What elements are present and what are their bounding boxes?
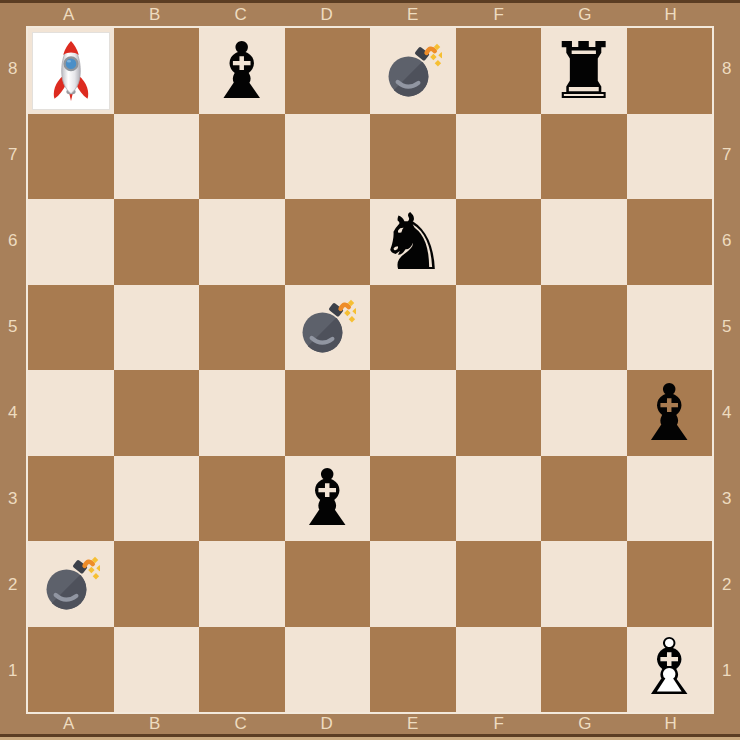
square-b7[interactable] [114,114,200,200]
square-d1[interactable] [285,627,371,713]
square-e3[interactable] [370,456,456,542]
rank-label-left-8: 8 [0,26,26,112]
square-c8[interactable]: ♝ [199,28,285,114]
rank-label-left-5: 5 [0,284,26,370]
rank-labels-right: 87654321 [714,26,740,714]
black-knight[interactable]: ♞ [378,203,448,281]
file-labels-bottom: ABCDEFGH [26,713,714,734]
square-f1[interactable] [456,627,542,713]
square-c2[interactable] [199,541,285,627]
file-label-top-f: F [456,3,542,26]
square-e7[interactable] [370,114,456,200]
rank-label-left-7: 7 [0,112,26,198]
square-g5[interactable] [541,285,627,371]
black-bishop[interactable]: ♝ [292,459,362,537]
file-label-top-h: H [628,3,714,26]
square-e5[interactable] [370,285,456,371]
square-c6[interactable] [199,199,285,285]
white-bishop[interactable]: ♝♗ [627,627,711,711]
square-f2[interactable] [456,541,542,627]
rank-label-left-2: 2 [0,542,26,628]
square-a4[interactable] [28,370,114,456]
square-g3[interactable] [541,456,627,542]
rank-label-right-6: 6 [714,198,740,284]
square-e2[interactable] [370,541,456,627]
file-label-top-d: D [284,3,370,26]
square-d4[interactable] [285,370,371,456]
bomb-icon[interactable] [384,42,442,100]
rank-label-right-8: 8 [714,26,740,112]
square-h7[interactable] [627,114,713,200]
rank-label-left-3: 3 [0,456,26,542]
square-e6[interactable]: ♞ [370,199,456,285]
square-g7[interactable] [541,114,627,200]
square-f8[interactable] [456,28,542,114]
square-f3[interactable] [456,456,542,542]
square-g2[interactable] [541,541,627,627]
square-d3[interactable]: ♝ [285,456,371,542]
square-c5[interactable] [199,285,285,371]
square-a2[interactable] [28,541,114,627]
file-label-top-a: A [26,3,112,26]
square-h5[interactable] [627,285,713,371]
square-f6[interactable] [456,199,542,285]
square-a5[interactable] [28,285,114,371]
file-label-bottom-c: C [198,713,284,734]
bomb-icon[interactable] [298,298,356,356]
square-c4[interactable] [199,370,285,456]
file-label-bottom-f: F [456,713,542,734]
file-label-bottom-b: B [112,713,198,734]
square-a1[interactable] [28,627,114,713]
square-b6[interactable] [114,199,200,285]
square-h8[interactable] [627,28,713,114]
black-rook[interactable]: ♜ [549,32,619,110]
square-h4[interactable]: ♝ [627,370,713,456]
file-label-bottom-g: G [542,713,628,734]
square-d5[interactable] [285,285,371,371]
file-label-bottom-e: E [370,713,456,734]
file-label-top-g: G [542,3,628,26]
square-d7[interactable] [285,114,371,200]
rank-label-right-3: 3 [714,456,740,542]
file-label-top-c: C [198,3,284,26]
file-label-bottom-a: A [26,713,112,734]
file-label-top-e: E [370,3,456,26]
square-g1[interactable] [541,627,627,713]
square-f7[interactable] [456,114,542,200]
square-b8[interactable] [114,28,200,114]
square-a3[interactable] [28,456,114,542]
file-label-top-b: B [112,3,198,26]
square-a8[interactable] [28,28,114,114]
file-label-bottom-h: H [628,713,714,734]
square-b5[interactable] [114,285,200,371]
square-g6[interactable] [541,199,627,285]
square-b3[interactable] [114,456,200,542]
square-g4[interactable] [541,370,627,456]
rank-label-right-1: 1 [714,628,740,714]
square-c1[interactable] [199,627,285,713]
rank-label-left-4: 4 [0,370,26,456]
board: ♝ ♜♞ ♝♝ [26,26,714,714]
square-a6[interactable] [28,199,114,285]
black-bishop[interactable]: ♝ [207,32,277,110]
rocket-tile[interactable] [32,32,110,110]
square-c7[interactable] [199,114,285,200]
square-h2[interactable] [627,541,713,627]
rocket-icon [38,38,104,104]
file-label-bottom-d: D [284,713,370,734]
square-d8[interactable] [285,28,371,114]
rank-label-left-6: 6 [0,198,26,284]
square-d2[interactable] [285,541,371,627]
rank-label-right-4: 4 [714,370,740,456]
square-e8[interactable] [370,28,456,114]
square-b2[interactable] [114,541,200,627]
black-bishop[interactable]: ♝ [634,374,704,452]
square-d6[interactable] [285,199,371,285]
square-g8[interactable]: ♜ [541,28,627,114]
square-e4[interactable] [370,370,456,456]
rank-label-right-2: 2 [714,542,740,628]
square-b4[interactable] [114,370,200,456]
square-h6[interactable] [627,199,713,285]
rank-label-right-7: 7 [714,112,740,198]
rank-label-left-1: 1 [0,628,26,714]
square-h1[interactable]: ♝♗ [627,627,713,713]
square-f5[interactable] [456,285,542,371]
file-labels-top: ABCDEFGH [26,3,714,26]
chess-board-app: ABCDEFGH 87654321 87654321 ABCDEFGH ♝ [0,0,740,740]
square-c3[interactable] [199,456,285,542]
square-a7[interactable] [28,114,114,200]
rank-labels-left: 87654321 [0,26,26,714]
square-b1[interactable] [114,627,200,713]
square-h3[interactable] [627,456,713,542]
bomb-icon[interactable] [42,555,100,613]
square-f4[interactable] [456,370,542,456]
rank-label-right-5: 5 [714,284,740,370]
white-bishop-outline: ♗ [634,629,704,707]
square-e1[interactable] [370,627,456,713]
